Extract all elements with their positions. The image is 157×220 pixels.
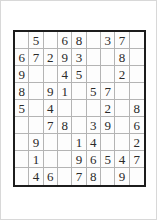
sudoku-cell: 1 <box>58 83 72 100</box>
sudoku-cell <box>15 134 29 151</box>
sudoku-cell <box>72 100 86 117</box>
sudoku-cell: 9 <box>44 83 58 100</box>
sudoku-cell <box>15 168 29 185</box>
puzzle-page: 5683767293894528915754287839691421965474… <box>0 0 157 220</box>
sudoku-cell <box>44 32 58 49</box>
sudoku-cell: 4 <box>115 151 129 168</box>
sudoku-cell: 3 <box>72 49 86 66</box>
sudoku-cell: 2 <box>44 49 58 66</box>
sudoku-cell <box>15 32 29 49</box>
sudoku-cell: 5 <box>29 32 43 49</box>
sudoku-cell <box>130 32 144 49</box>
sudoku-cell <box>101 49 115 66</box>
sudoku-cell: 2 <box>130 134 144 151</box>
sudoku-cell: 6 <box>44 168 58 185</box>
sudoku-cell: 4 <box>29 168 43 185</box>
sudoku-cell: 7 <box>29 49 43 66</box>
sudoku-cell: 8 <box>87 168 101 185</box>
sudoku-cell: 2 <box>115 66 129 83</box>
sudoku-cell: 1 <box>72 134 86 151</box>
sudoku-cell: 8 <box>15 83 29 100</box>
sudoku-cell: 6 <box>87 151 101 168</box>
sudoku-cell <box>29 83 43 100</box>
sudoku-cell <box>130 49 144 66</box>
sudoku-cell: 3 <box>101 32 115 49</box>
sudoku-cell <box>58 134 72 151</box>
sudoku-cell <box>87 32 101 49</box>
sudoku-cell: 2 <box>101 100 115 117</box>
sudoku-cell: 7 <box>101 83 115 100</box>
sudoku-cell <box>130 83 144 100</box>
sudoku-board: 5683767293894528915754287839691421965474… <box>13 30 146 187</box>
sudoku-cell <box>44 66 58 83</box>
sudoku-cell <box>101 168 115 185</box>
sudoku-cell: 7 <box>72 168 86 185</box>
sudoku-cell <box>115 83 129 100</box>
sudoku-cell <box>130 66 144 83</box>
sudoku-cell <box>87 66 101 83</box>
sudoku-cell: 9 <box>72 151 86 168</box>
sudoku-cell <box>87 100 101 117</box>
sudoku-cell: 8 <box>130 100 144 117</box>
sudoku-cell <box>58 168 72 185</box>
sudoku-cell: 6 <box>130 117 144 134</box>
sudoku-cell: 5 <box>87 83 101 100</box>
sudoku-cell <box>15 151 29 168</box>
sudoku-cell: 9 <box>29 134 43 151</box>
sudoku-cell: 6 <box>15 49 29 66</box>
sudoku-cell <box>72 117 86 134</box>
sudoku-cell <box>130 168 144 185</box>
sudoku-cell <box>29 100 43 117</box>
sudoku-cell: 5 <box>15 100 29 117</box>
sudoku-cell: 8 <box>58 117 72 134</box>
sudoku-cell <box>58 100 72 117</box>
sudoku-cell <box>101 134 115 151</box>
sudoku-cell <box>29 117 43 134</box>
sudoku-cell: 9 <box>115 168 129 185</box>
sudoku-cell: 7 <box>115 32 129 49</box>
sudoku-cell: 5 <box>72 66 86 83</box>
sudoku-cell: 3 <box>87 117 101 134</box>
sudoku-cell: 7 <box>130 151 144 168</box>
sudoku-cell: 4 <box>58 66 72 83</box>
sudoku-cell: 9 <box>15 66 29 83</box>
sudoku-cell <box>115 117 129 134</box>
sudoku-cell <box>115 100 129 117</box>
sudoku-cell: 8 <box>72 32 86 49</box>
sudoku-cell: 4 <box>87 134 101 151</box>
sudoku-cell: 5 <box>101 151 115 168</box>
sudoku-cell: 4 <box>44 100 58 117</box>
sudoku-cell <box>44 134 58 151</box>
sudoku-cell: 7 <box>44 117 58 134</box>
sudoku-cell <box>44 151 58 168</box>
sudoku-cell <box>72 83 86 100</box>
sudoku-cell <box>29 66 43 83</box>
sudoku-cell <box>115 134 129 151</box>
sudoku-cell <box>101 66 115 83</box>
sudoku-cell: 9 <box>101 117 115 134</box>
sudoku-cell: 1 <box>29 151 43 168</box>
sudoku-cell: 6 <box>58 32 72 49</box>
sudoku-cell: 9 <box>58 49 72 66</box>
sudoku-cell <box>15 117 29 134</box>
sudoku-cell: 8 <box>115 49 129 66</box>
sudoku-cell <box>58 151 72 168</box>
sudoku-cell <box>87 49 101 66</box>
